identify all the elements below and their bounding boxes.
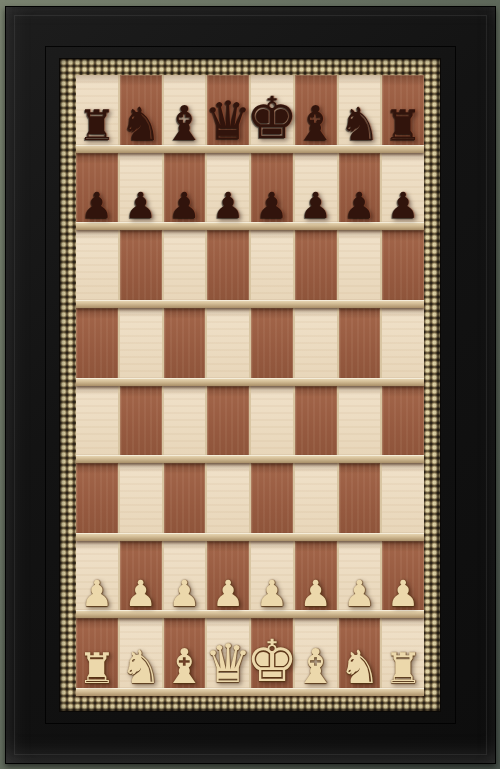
piece-white-king-e1: ♚ <box>246 632 298 690</box>
piece-white-pawn-a2: ♟ <box>81 576 113 612</box>
piece-black-queen-d8: ♛ <box>204 94 252 147</box>
shelf-rank-5 <box>76 378 424 386</box>
piece-white-pawn-e2: ♟ <box>256 576 288 612</box>
piece-white-knight-b1: ♞ <box>120 644 161 690</box>
piece-black-pawn-b7: ♟ <box>124 188 156 224</box>
piece-white-queen-d1: ♛ <box>204 637 252 690</box>
piece-black-pawn-h7: ♟ <box>387 188 419 224</box>
shelf-rank-6 <box>76 300 424 308</box>
piece-black-knight-b8: ♞ <box>120 101 161 147</box>
piece-white-bishop-f1: ♝ <box>294 642 337 690</box>
piece-white-pawn-d2: ♟ <box>212 576 244 612</box>
piece-white-pawn-g2: ♟ <box>343 576 375 612</box>
piece-black-knight-g8: ♞ <box>339 101 380 147</box>
piece-white-pawn-b2: ♟ <box>124 576 156 612</box>
piece-white-rook-a1: ♜ <box>78 648 116 690</box>
piece-black-king-e8: ♚ <box>246 89 298 147</box>
piece-black-pawn-f7: ♟ <box>299 188 331 224</box>
piece-white-pawn-c2: ♟ <box>168 576 200 612</box>
piece-black-bishop-f8: ♝ <box>294 99 337 147</box>
piece-black-pawn-c7: ♟ <box>168 188 200 224</box>
piece-white-pawn-f2: ♟ <box>299 576 331 612</box>
piece-black-pawn-a7: ♟ <box>81 188 113 224</box>
piece-white-rook-h1: ♜ <box>384 648 422 690</box>
piece-black-rook-a8: ♜ <box>78 105 116 147</box>
piece-black-pawn-g7: ♟ <box>343 188 375 224</box>
piece-black-pawn-e7: ♟ <box>256 188 288 224</box>
piece-white-pawn-h2: ♟ <box>387 576 419 612</box>
piece-white-bishop-c1: ♝ <box>163 642 206 690</box>
shelf-rank-3 <box>76 533 424 541</box>
piece-black-pawn-d7: ♟ <box>212 188 244 224</box>
piece-white-knight-g1: ♞ <box>339 644 380 690</box>
wall-background: ♜♞♝♛♚♝♞♜♟♟♟♟♟♟♟♟♟♟♟♟♟♟♟♟♜♞♝♛♚♝♞♜ <box>0 0 500 769</box>
piece-black-bishop-c8: ♝ <box>163 99 206 147</box>
chess-board: ♜♞♝♛♚♝♞♜♟♟♟♟♟♟♟♟♟♟♟♟♟♟♟♟♜♞♝♛♚♝♞♜ <box>76 75 424 696</box>
shelf-rank-4 <box>76 455 424 463</box>
piece-black-rook-h8: ♜ <box>384 105 422 147</box>
